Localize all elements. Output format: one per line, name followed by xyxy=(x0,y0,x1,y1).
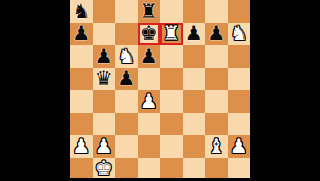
square-f2[interactable] xyxy=(183,135,206,158)
square-d5[interactable] xyxy=(138,68,161,91)
letterbox-right xyxy=(250,0,320,180)
square-a1[interactable] xyxy=(70,158,93,181)
square-h8[interactable] xyxy=(228,0,251,23)
black-pawn-piece[interactable]: ♟ xyxy=(140,45,158,68)
square-f3[interactable] xyxy=(183,113,206,136)
square-f4[interactable] xyxy=(183,90,206,113)
square-a8[interactable]: ♞ xyxy=(70,0,93,23)
square-g4[interactable] xyxy=(205,90,228,113)
square-a3[interactable] xyxy=(70,113,93,136)
white-knight-piece[interactable]: ♞ xyxy=(117,45,135,68)
square-c5[interactable]: ♟ xyxy=(115,68,138,91)
square-g3[interactable] xyxy=(205,113,228,136)
white-king-piece[interactable]: ♚ xyxy=(95,157,113,180)
square-h6[interactable] xyxy=(228,45,251,68)
square-a6[interactable] xyxy=(70,45,93,68)
white-pawn-piece[interactable]: ♟ xyxy=(72,135,90,158)
square-f1[interactable] xyxy=(183,158,206,181)
square-c7[interactable] xyxy=(115,23,138,46)
square-c2[interactable] xyxy=(115,135,138,158)
square-e7[interactable]: ♜ xyxy=(160,23,183,46)
square-b1[interactable]: ♚ xyxy=(93,158,116,181)
white-pawn-piece[interactable]: ♟ xyxy=(230,135,248,158)
square-h5[interactable] xyxy=(228,68,251,91)
square-h4[interactable] xyxy=(228,90,251,113)
square-a4[interactable] xyxy=(70,90,93,113)
square-f8[interactable] xyxy=(183,0,206,23)
square-a5[interactable] xyxy=(70,68,93,91)
square-c8[interactable] xyxy=(115,0,138,23)
square-a7[interactable]: ♟ xyxy=(70,23,93,46)
bottom-edge-strip xyxy=(0,178,320,180)
square-e3[interactable] xyxy=(160,113,183,136)
black-rook-piece[interactable]: ♜ xyxy=(140,0,158,22)
square-g7[interactable]: ♟ xyxy=(205,23,228,46)
app-window: ♞♜♟♚♜♟♟♞♟♞♟♛♟♟♟♟♝♟♚ xyxy=(0,0,320,180)
square-b6[interactable]: ♟ xyxy=(93,45,116,68)
square-h3[interactable] xyxy=(228,113,251,136)
black-pawn-piece[interactable]: ♟ xyxy=(72,22,90,45)
square-d4[interactable]: ♟ xyxy=(138,90,161,113)
square-d2[interactable] xyxy=(138,135,161,158)
square-g1[interactable] xyxy=(205,158,228,181)
square-h7[interactable]: ♞ xyxy=(228,23,251,46)
black-pawn-piece[interactable]: ♟ xyxy=(185,22,203,45)
square-h2[interactable]: ♟ xyxy=(228,135,251,158)
chess-board: ♞♜♟♚♜♟♟♞♟♞♟♛♟♟♟♟♝♟♚ xyxy=(70,0,250,180)
square-g2[interactable]: ♝ xyxy=(205,135,228,158)
black-knight-piece[interactable]: ♞ xyxy=(72,0,90,22)
square-f7[interactable]: ♟ xyxy=(183,23,206,46)
letterbox-left xyxy=(0,0,70,180)
black-pawn-piece[interactable]: ♟ xyxy=(117,67,135,90)
white-bishop-piece[interactable]: ♝ xyxy=(207,135,225,158)
black-pawn-piece[interactable]: ♟ xyxy=(95,45,113,68)
square-c4[interactable] xyxy=(115,90,138,113)
square-d6[interactable]: ♟ xyxy=(138,45,161,68)
square-d7[interactable]: ♚ xyxy=(138,23,161,46)
square-e5[interactable] xyxy=(160,68,183,91)
black-queen-piece[interactable]: ♛ xyxy=(95,67,113,90)
square-e6[interactable] xyxy=(160,45,183,68)
square-b3[interactable] xyxy=(93,113,116,136)
square-b2[interactable]: ♟ xyxy=(93,135,116,158)
square-e8[interactable] xyxy=(160,0,183,23)
square-g6[interactable] xyxy=(205,45,228,68)
square-d1[interactable] xyxy=(138,158,161,181)
square-d8[interactable]: ♜ xyxy=(138,0,161,23)
square-g5[interactable] xyxy=(205,68,228,91)
square-f5[interactable] xyxy=(183,68,206,91)
white-rook-piece[interactable]: ♜ xyxy=(162,22,180,45)
square-a2[interactable]: ♟ xyxy=(70,135,93,158)
square-c3[interactable] xyxy=(115,113,138,136)
square-e1[interactable] xyxy=(160,158,183,181)
square-b7[interactable] xyxy=(93,23,116,46)
square-h1[interactable] xyxy=(228,158,251,181)
white-pawn-piece[interactable]: ♟ xyxy=(140,90,158,113)
square-d3[interactable] xyxy=(138,113,161,136)
white-pawn-piece[interactable]: ♟ xyxy=(95,135,113,158)
square-b4[interactable] xyxy=(93,90,116,113)
square-e2[interactable] xyxy=(160,135,183,158)
square-b8[interactable] xyxy=(93,0,116,23)
black-pawn-piece[interactable]: ♟ xyxy=(207,22,225,45)
square-c6[interactable]: ♞ xyxy=(115,45,138,68)
square-g8[interactable] xyxy=(205,0,228,23)
square-b5[interactable]: ♛ xyxy=(93,68,116,91)
black-king-piece[interactable]: ♚ xyxy=(140,22,158,45)
square-f6[interactable] xyxy=(183,45,206,68)
square-e4[interactable] xyxy=(160,90,183,113)
white-knight-piece[interactable]: ♞ xyxy=(230,22,248,45)
square-c1[interactable] xyxy=(115,158,138,181)
